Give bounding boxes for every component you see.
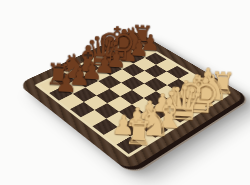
board-frame: ♜♞♝♛♚♝♞♜♟♟♟♟♟♟♟♟♟♟♟♟♟♟♟♟♜♞♝♛♚♝♞♜ — [18, 30, 247, 171]
board-grid: ♜♞♝♛♚♝♞♜♟♟♟♟♟♟♟♟♟♟♟♟♟♟♟♟♜♞♝♛♚♝♞♜ — [39, 40, 225, 154]
photo-background: ♜♞♝♛♚♝♞♜♟♟♟♟♟♟♟♟♟♟♟♟♟♟♟♟♜♞♝♛♚♝♞♜ — [0, 0, 250, 185]
square-a4[interactable] — [81, 110, 106, 126]
chess-board: ♜♞♝♛♚♝♞♜♟♟♟♟♟♟♟♟♟♟♟♟♟♟♟♟♜♞♝♛♚♝♞♜ — [18, 30, 247, 171]
board-border-line: ♜♞♝♛♚♝♞♜♟♟♟♟♟♟♟♟♟♟♟♟♟♟♟♟♜♞♝♛♚♝♞♜ — [35, 38, 230, 157]
piece-black-pawn[interactable]: ♟ — [55, 73, 73, 96]
piece-white-rook[interactable]: ♜ — [123, 118, 143, 148]
